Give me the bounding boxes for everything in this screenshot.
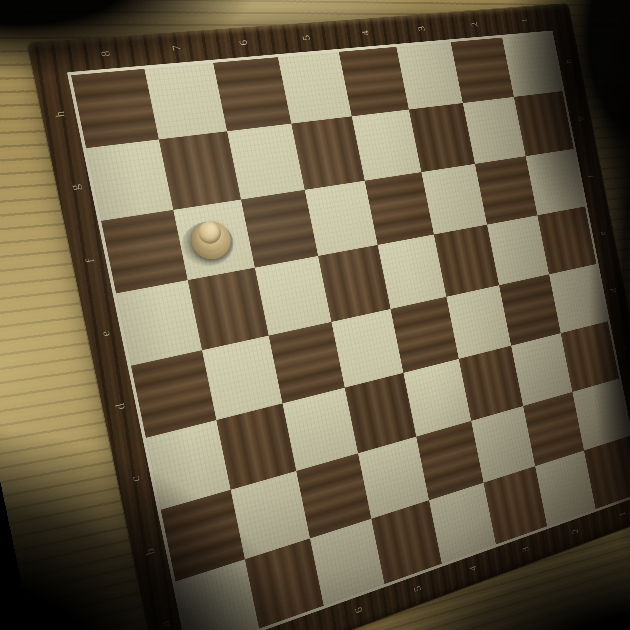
photo-stage: 87654321 87654321 hgfedcba hgfedcba [0,0,630,630]
scene-3d: 87654321 87654321 hgfedcba hgfedcba [27,4,630,630]
square-h8[interactable] [71,69,159,148]
square-g8[interactable] [86,139,173,220]
square-f8[interactable] [101,210,188,294]
